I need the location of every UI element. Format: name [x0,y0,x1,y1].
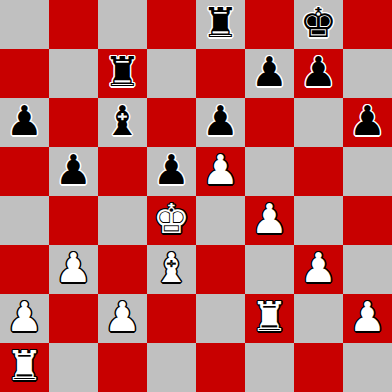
square-f2[interactable]: ♜ [245,294,294,343]
square-e6[interactable]: ♟ [196,98,245,147]
white-pawn-piece[interactable]: ♟ [300,245,337,293]
square-f6[interactable] [245,98,294,147]
white-pawn-piece[interactable]: ♟ [104,294,141,342]
square-e4[interactable] [196,196,245,245]
square-a6[interactable]: ♟ [0,98,49,147]
square-b7[interactable] [49,49,98,98]
square-a4[interactable] [0,196,49,245]
square-a8[interactable] [0,0,49,49]
square-c8[interactable] [98,0,147,49]
white-rook-piece[interactable]: ♜ [6,343,43,391]
square-c5[interactable] [98,147,147,196]
square-e7[interactable] [196,49,245,98]
square-h1[interactable] [343,343,392,392]
white-pawn-piece[interactable]: ♟ [55,245,92,293]
square-a1[interactable]: ♜ [0,343,49,392]
square-h8[interactable] [343,0,392,49]
chess-board: ♜♚♜♟♟♟♝♟♟♟♟♟♚♟♟♝♟♟♟♜♟♜ [0,0,392,392]
black-rook-piece[interactable]: ♜ [104,49,141,97]
square-f7[interactable]: ♟ [245,49,294,98]
black-king-piece[interactable]: ♚ [300,0,337,48]
square-g1[interactable] [294,343,343,392]
square-c4[interactable] [98,196,147,245]
square-e8[interactable]: ♜ [196,0,245,49]
square-d1[interactable] [147,343,196,392]
square-d8[interactable] [147,0,196,49]
square-a7[interactable] [0,49,49,98]
square-g2[interactable] [294,294,343,343]
square-e3[interactable] [196,245,245,294]
square-g5[interactable] [294,147,343,196]
square-c1[interactable] [98,343,147,392]
square-g7[interactable]: ♟ [294,49,343,98]
black-pawn-piece[interactable]: ♟ [251,49,288,97]
square-c6[interactable]: ♝ [98,98,147,147]
black-bishop-piece[interactable]: ♝ [104,98,141,146]
square-b8[interactable] [49,0,98,49]
white-pawn-piece[interactable]: ♟ [6,294,43,342]
square-g4[interactable] [294,196,343,245]
black-pawn-piece[interactable]: ♟ [6,98,43,146]
square-b1[interactable] [49,343,98,392]
square-e1[interactable] [196,343,245,392]
white-bishop-piece[interactable]: ♝ [153,245,190,293]
square-d2[interactable] [147,294,196,343]
square-g6[interactable] [294,98,343,147]
square-h2[interactable]: ♟ [343,294,392,343]
square-h3[interactable] [343,245,392,294]
white-rook-piece[interactable]: ♜ [251,294,288,342]
square-e5[interactable]: ♟ [196,147,245,196]
square-f8[interactable] [245,0,294,49]
square-a3[interactable] [0,245,49,294]
square-e2[interactable] [196,294,245,343]
square-c7[interactable]: ♜ [98,49,147,98]
square-h5[interactable] [343,147,392,196]
square-d6[interactable] [147,98,196,147]
square-d3[interactable]: ♝ [147,245,196,294]
square-a5[interactable] [0,147,49,196]
square-g3[interactable]: ♟ [294,245,343,294]
square-a2[interactable]: ♟ [0,294,49,343]
square-b3[interactable]: ♟ [49,245,98,294]
square-b5[interactable]: ♟ [49,147,98,196]
square-c3[interactable] [98,245,147,294]
square-d5[interactable]: ♟ [147,147,196,196]
square-d4[interactable]: ♚ [147,196,196,245]
white-king-piece[interactable]: ♚ [153,196,190,244]
square-g8[interactable]: ♚ [294,0,343,49]
black-pawn-piece[interactable]: ♟ [55,147,92,195]
white-pawn-piece[interactable]: ♟ [251,196,288,244]
white-pawn-piece[interactable]: ♟ [202,147,239,195]
white-pawn-piece[interactable]: ♟ [349,294,386,342]
black-rook-piece[interactable]: ♜ [202,0,239,48]
square-h7[interactable] [343,49,392,98]
square-b6[interactable] [49,98,98,147]
square-b2[interactable] [49,294,98,343]
square-b4[interactable] [49,196,98,245]
black-pawn-piece[interactable]: ♟ [300,49,337,97]
square-h4[interactable] [343,196,392,245]
black-pawn-piece[interactable]: ♟ [349,98,386,146]
square-f5[interactable] [245,147,294,196]
black-pawn-piece[interactable]: ♟ [202,98,239,146]
square-d7[interactable] [147,49,196,98]
square-c2[interactable]: ♟ [98,294,147,343]
black-pawn-piece[interactable]: ♟ [153,147,190,195]
square-f4[interactable]: ♟ [245,196,294,245]
square-f3[interactable] [245,245,294,294]
square-f1[interactable] [245,343,294,392]
square-h6[interactable]: ♟ [343,98,392,147]
